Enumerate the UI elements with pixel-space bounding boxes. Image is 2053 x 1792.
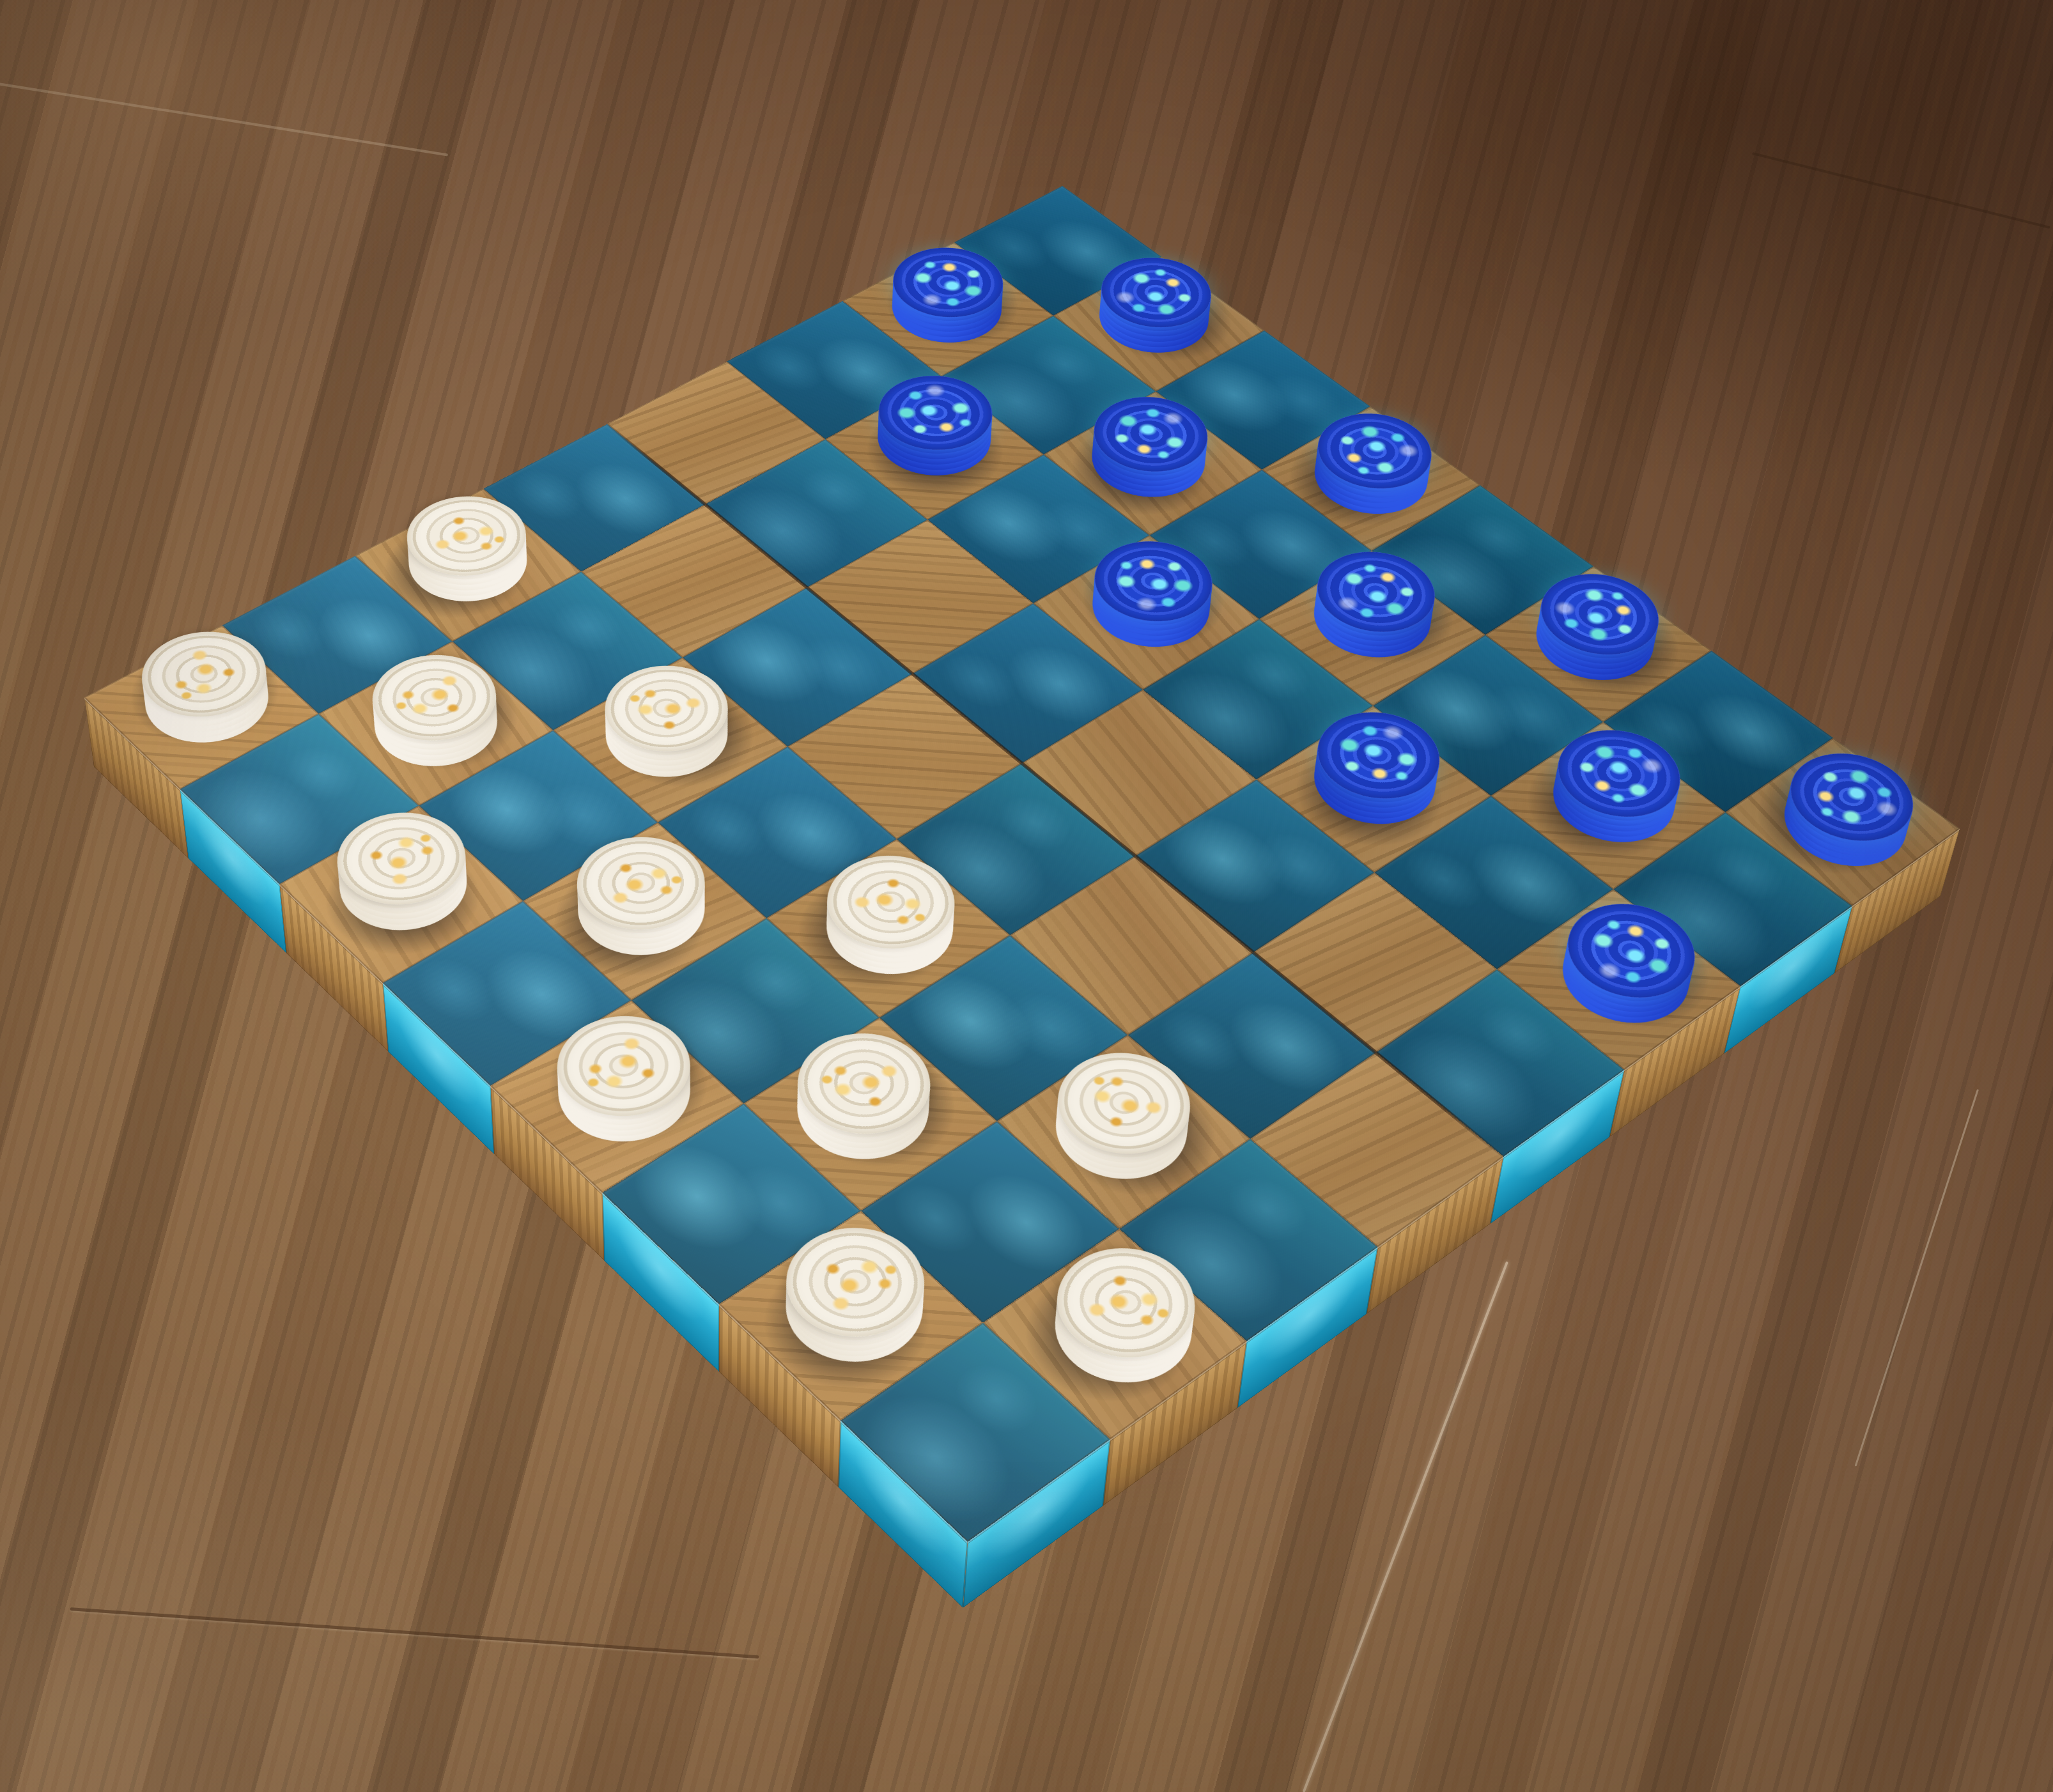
checker-blue[interactable] <box>1308 575 1436 670</box>
floor-plank-seam <box>1855 1089 1979 1467</box>
checker-blue[interactable] <box>855 390 1014 496</box>
floor-plank-seam <box>1752 152 2050 229</box>
checker-white[interactable] <box>577 867 705 960</box>
checker-blue[interactable] <box>1086 426 1211 503</box>
checker-white[interactable] <box>769 1244 941 1380</box>
checker-white[interactable] <box>583 681 749 798</box>
checker-blue[interactable] <box>1294 731 1455 840</box>
checker-white[interactable] <box>784 1053 940 1174</box>
checker-blue[interactable] <box>1550 930 1700 1031</box>
checker-white[interactable] <box>1032 1260 1212 1407</box>
checker-blue[interactable] <box>1537 746 1689 861</box>
checker-blue[interactable] <box>878 269 1016 355</box>
checker-white[interactable] <box>314 824 493 954</box>
checker-white[interactable] <box>393 517 541 615</box>
floor-plank-seam <box>70 1607 759 1658</box>
checker-white[interactable] <box>364 676 509 780</box>
floor-plank-seam <box>0 82 448 157</box>
checker-white[interactable] <box>121 647 293 764</box>
